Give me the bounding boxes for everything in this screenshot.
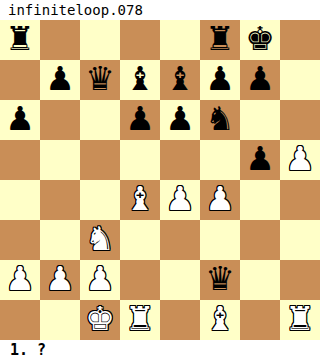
piece-black-rook[interactable]: ♜ bbox=[5, 20, 35, 59]
square-h3[interactable] bbox=[280, 220, 320, 260]
square-h6[interactable] bbox=[280, 100, 320, 140]
square-a3[interactable] bbox=[0, 220, 40, 260]
piece-white-bishop[interactable]: ♝ bbox=[205, 300, 235, 339]
square-a4[interactable] bbox=[0, 180, 40, 220]
square-f5[interactable] bbox=[200, 140, 240, 180]
square-d5[interactable] bbox=[120, 140, 160, 180]
square-b4[interactable] bbox=[40, 180, 80, 220]
square-e5[interactable] bbox=[160, 140, 200, 180]
square-b5[interactable] bbox=[40, 140, 80, 180]
piece-white-pawn[interactable]: ♟ bbox=[165, 180, 195, 219]
square-c5[interactable] bbox=[80, 140, 120, 180]
square-g1[interactable] bbox=[240, 300, 280, 340]
square-b6[interactable] bbox=[40, 100, 80, 140]
square-a1[interactable] bbox=[0, 300, 40, 340]
square-c8[interactable] bbox=[80, 20, 120, 60]
square-g2[interactable] bbox=[240, 260, 280, 300]
square-h2[interactable] bbox=[280, 260, 320, 300]
square-a7[interactable] bbox=[0, 60, 40, 100]
piece-black-pawn[interactable]: ♟ bbox=[205, 60, 235, 99]
piece-black-rook[interactable]: ♜ bbox=[205, 20, 235, 59]
square-h5[interactable]: ♟ bbox=[280, 140, 320, 180]
piece-black-pawn[interactable]: ♟ bbox=[45, 60, 75, 99]
piece-white-rook[interactable]: ♜ bbox=[125, 300, 155, 339]
piece-black-pawn[interactable]: ♟ bbox=[5, 100, 35, 139]
piece-black-knight[interactable]: ♞ bbox=[205, 100, 235, 139]
square-b8[interactable] bbox=[40, 20, 80, 60]
square-e8[interactable] bbox=[160, 20, 200, 60]
piece-white-king[interactable]: ♚ bbox=[85, 300, 115, 339]
square-d6[interactable]: ♟ bbox=[120, 100, 160, 140]
square-h7[interactable] bbox=[280, 60, 320, 100]
square-c7[interactable]: ♛ bbox=[80, 60, 120, 100]
square-b2[interactable]: ♟ bbox=[40, 260, 80, 300]
square-a8[interactable]: ♜ bbox=[0, 20, 40, 60]
square-e2[interactable] bbox=[160, 260, 200, 300]
square-c4[interactable] bbox=[80, 180, 120, 220]
square-e6[interactable]: ♟ bbox=[160, 100, 200, 140]
square-h8[interactable] bbox=[280, 20, 320, 60]
piece-white-knight[interactable]: ♞ bbox=[85, 220, 115, 259]
square-f3[interactable] bbox=[200, 220, 240, 260]
square-e7[interactable]: ♝ bbox=[160, 60, 200, 100]
square-f4[interactable]: ♟ bbox=[200, 180, 240, 220]
piece-white-pawn[interactable]: ♟ bbox=[285, 140, 315, 179]
square-g5[interactable]: ♟ bbox=[240, 140, 280, 180]
piece-black-pawn[interactable]: ♟ bbox=[245, 60, 275, 99]
square-h1[interactable]: ♜ bbox=[280, 300, 320, 340]
piece-black-king[interactable]: ♚ bbox=[245, 20, 275, 59]
square-b3[interactable] bbox=[40, 220, 80, 260]
square-g3[interactable] bbox=[240, 220, 280, 260]
piece-white-pawn[interactable]: ♟ bbox=[205, 180, 235, 219]
square-h4[interactable] bbox=[280, 180, 320, 220]
square-g8[interactable]: ♚ bbox=[240, 20, 280, 60]
square-f8[interactable]: ♜ bbox=[200, 20, 240, 60]
piece-black-pawn[interactable]: ♟ bbox=[125, 100, 155, 139]
square-g6[interactable] bbox=[240, 100, 280, 140]
square-b1[interactable] bbox=[40, 300, 80, 340]
piece-black-bishop[interactable]: ♝ bbox=[125, 60, 155, 99]
square-b7[interactable]: ♟ bbox=[40, 60, 80, 100]
square-c2[interactable]: ♟ bbox=[80, 260, 120, 300]
piece-black-pawn[interactable]: ♟ bbox=[245, 140, 275, 179]
piece-white-pawn[interactable]: ♟ bbox=[5, 260, 35, 299]
square-f7[interactable]: ♟ bbox=[200, 60, 240, 100]
square-c6[interactable] bbox=[80, 100, 120, 140]
piece-black-bishop[interactable]: ♝ bbox=[165, 60, 195, 99]
square-d3[interactable] bbox=[120, 220, 160, 260]
square-g4[interactable] bbox=[240, 180, 280, 220]
chess-board: ♜♜♚♟♛♝♝♟♟♟♟♟♞♟♟♝♟♟♞♟♟♟♛♚♜♝♜ bbox=[0, 20, 320, 340]
square-e4[interactable]: ♟ bbox=[160, 180, 200, 220]
square-e1[interactable] bbox=[160, 300, 200, 340]
square-d7[interactable]: ♝ bbox=[120, 60, 160, 100]
piece-white-pawn[interactable]: ♟ bbox=[85, 260, 115, 299]
square-f1[interactable]: ♝ bbox=[200, 300, 240, 340]
square-d8[interactable] bbox=[120, 20, 160, 60]
square-f6[interactable]: ♞ bbox=[200, 100, 240, 140]
square-c3[interactable]: ♞ bbox=[80, 220, 120, 260]
square-a6[interactable]: ♟ bbox=[0, 100, 40, 140]
square-c1[interactable]: ♚ bbox=[80, 300, 120, 340]
square-d4[interactable]: ♝ bbox=[120, 180, 160, 220]
piece-black-queen[interactable]: ♛ bbox=[85, 60, 115, 99]
move-prompt: 1. ? bbox=[0, 340, 320, 360]
piece-black-pawn[interactable]: ♟ bbox=[165, 100, 195, 139]
square-f2[interactable]: ♛ bbox=[200, 260, 240, 300]
piece-white-bishop[interactable]: ♝ bbox=[125, 180, 155, 219]
square-a5[interactable] bbox=[0, 140, 40, 180]
puzzle-title: infiniteloop.078 bbox=[0, 0, 320, 20]
square-d2[interactable] bbox=[120, 260, 160, 300]
square-a2[interactable]: ♟ bbox=[0, 260, 40, 300]
piece-black-queen[interactable]: ♛ bbox=[205, 260, 235, 299]
square-g7[interactable]: ♟ bbox=[240, 60, 280, 100]
piece-white-rook[interactable]: ♜ bbox=[285, 300, 315, 339]
square-e3[interactable] bbox=[160, 220, 200, 260]
square-d1[interactable]: ♜ bbox=[120, 300, 160, 340]
piece-white-pawn[interactable]: ♟ bbox=[45, 260, 75, 299]
